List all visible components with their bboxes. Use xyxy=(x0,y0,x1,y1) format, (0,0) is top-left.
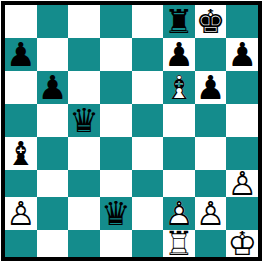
black-bishop-piece[interactable]: ♝ xyxy=(6,137,36,170)
square-e1[interactable] xyxy=(132,230,164,257)
black-pawn-piece[interactable]: ♟ xyxy=(164,38,194,71)
white-pawn-piece[interactable]: ♟♙ xyxy=(226,170,258,197)
square-g4[interactable] xyxy=(195,137,227,170)
square-g7[interactable] xyxy=(195,38,227,71)
square-g3[interactable] xyxy=(195,170,227,197)
square-e4[interactable] xyxy=(132,137,164,170)
square-f7[interactable]: ♟ xyxy=(163,38,195,71)
square-d3[interactable] xyxy=(100,170,132,197)
square-h7[interactable]: ♟ xyxy=(226,38,258,71)
white-pawn-outline: ♙ xyxy=(195,197,227,230)
black-pawn-piece[interactable]: ♟ xyxy=(38,71,68,104)
square-b5[interactable] xyxy=(37,104,69,137)
square-a3[interactable] xyxy=(5,170,37,197)
square-d5[interactable] xyxy=(100,104,132,137)
square-a5[interactable] xyxy=(5,104,37,137)
white-pawn-outline: ♙ xyxy=(226,170,258,197)
square-c5[interactable]: ♛ xyxy=(68,104,100,137)
square-f4[interactable] xyxy=(163,137,195,170)
square-h3[interactable]: ♟♙ xyxy=(226,170,258,197)
square-c7[interactable] xyxy=(68,38,100,71)
square-h6[interactable] xyxy=(226,71,258,104)
square-h8[interactable] xyxy=(226,5,258,38)
square-a4[interactable]: ♝ xyxy=(5,137,37,170)
square-e7[interactable] xyxy=(132,38,164,71)
black-queen-piece[interactable]: ♛ xyxy=(101,197,131,230)
square-d7[interactable] xyxy=(100,38,132,71)
square-b8[interactable] xyxy=(37,5,69,38)
square-a7[interactable]: ♟ xyxy=(5,38,37,71)
square-c4[interactable] xyxy=(68,137,100,170)
square-d2[interactable]: ♛ xyxy=(100,197,132,230)
square-h5[interactable] xyxy=(226,104,258,137)
square-d6[interactable] xyxy=(100,71,132,104)
square-a2[interactable]: ♟♙ xyxy=(5,197,37,230)
chessboard-frame: ♜♚♟♟♟♟♝♗♟♛♝♟♙♟♙♛♟♙♟♙♜♖♚♔ xyxy=(0,0,263,262)
square-e6[interactable] xyxy=(132,71,164,104)
square-c2[interactable] xyxy=(68,197,100,230)
square-d1[interactable] xyxy=(100,230,132,257)
square-h1[interactable]: ♚♔ xyxy=(226,230,258,257)
square-f8[interactable]: ♜ xyxy=(163,5,195,38)
square-e8[interactable] xyxy=(132,5,164,38)
black-king-piece[interactable]: ♚ xyxy=(196,5,226,38)
square-b7[interactable] xyxy=(37,38,69,71)
square-f5[interactable] xyxy=(163,104,195,137)
square-d8[interactable] xyxy=(100,5,132,38)
square-d4[interactable] xyxy=(100,137,132,170)
white-pawn-piece[interactable]: ♟♙ xyxy=(5,197,37,230)
black-pawn-piece[interactable]: ♟ xyxy=(6,38,36,71)
square-b3[interactable] xyxy=(37,170,69,197)
white-king-outline: ♔ xyxy=(226,230,258,257)
square-b1[interactable] xyxy=(37,230,69,257)
square-c3[interactable] xyxy=(68,170,100,197)
square-b4[interactable] xyxy=(37,137,69,170)
square-b6[interactable]: ♟ xyxy=(37,71,69,104)
square-g1[interactable] xyxy=(195,230,227,257)
square-a1[interactable] xyxy=(5,230,37,257)
white-bishop-outline: ♗ xyxy=(163,71,195,104)
square-a8[interactable] xyxy=(5,5,37,38)
square-g5[interactable] xyxy=(195,104,227,137)
square-f3[interactable] xyxy=(163,170,195,197)
black-pawn-piece[interactable]: ♟ xyxy=(196,71,226,104)
square-b2[interactable] xyxy=(37,197,69,230)
square-g2[interactable]: ♟♙ xyxy=(195,197,227,230)
square-g8[interactable]: ♚ xyxy=(195,5,227,38)
chessboard: ♜♚♟♟♟♟♝♗♟♛♝♟♙♟♙♛♟♙♟♙♜♖♚♔ xyxy=(1,1,262,261)
white-rook-outline: ♖ xyxy=(163,230,195,257)
square-g6[interactable]: ♟ xyxy=(195,71,227,104)
black-queen-piece[interactable]: ♛ xyxy=(69,104,99,137)
white-bishop-piece[interactable]: ♝♗ xyxy=(163,71,195,104)
white-king-piece[interactable]: ♚♔ xyxy=(226,230,258,257)
square-e5[interactable] xyxy=(132,104,164,137)
black-pawn-piece[interactable]: ♟ xyxy=(227,38,257,71)
white-pawn-piece[interactable]: ♟♙ xyxy=(195,197,227,230)
square-e2[interactable] xyxy=(132,197,164,230)
square-f6[interactable]: ♝♗ xyxy=(163,71,195,104)
square-f1[interactable]: ♜♖ xyxy=(163,230,195,257)
square-c8[interactable] xyxy=(68,5,100,38)
white-rook-piece[interactable]: ♜♖ xyxy=(163,230,195,257)
square-c6[interactable] xyxy=(68,71,100,104)
white-pawn-outline: ♙ xyxy=(5,197,37,230)
square-c1[interactable] xyxy=(68,230,100,257)
square-e3[interactable] xyxy=(132,170,164,197)
square-a6[interactable] xyxy=(5,71,37,104)
black-rook-piece[interactable]: ♜ xyxy=(164,5,194,38)
